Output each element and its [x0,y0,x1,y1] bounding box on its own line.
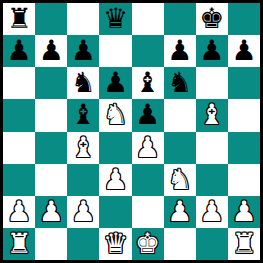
square-d5[interactable]: ♞ [99,99,131,131]
piece-white-bishop[interactable]: ♝ [199,101,224,129]
piece-white-pawn[interactable]: ♟ [7,198,32,226]
piece-white-pawn[interactable]: ♟ [167,198,192,226]
piece-black-pawn[interactable]: ♟ [103,69,128,97]
square-h5[interactable] [228,99,260,131]
square-a5[interactable] [3,99,35,131]
piece-black-queen[interactable]: ♛ [103,5,128,33]
square-e8[interactable] [132,3,164,35]
piece-white-pawn[interactable]: ♟ [231,198,256,226]
square-e5[interactable]: ♟ [132,99,164,131]
piece-black-pawn[interactable]: ♟ [231,37,256,65]
square-a3[interactable] [3,164,35,196]
piece-white-knight[interactable]: ♞ [167,166,192,194]
square-e1[interactable]: ♚ [132,228,164,260]
square-b4[interactable] [35,132,67,164]
square-a7[interactable]: ♟ [3,35,35,67]
square-g5[interactable]: ♝ [196,99,228,131]
square-c1[interactable] [67,228,99,260]
square-g8[interactable]: ♚ [196,3,228,35]
square-b7[interactable]: ♟ [35,35,67,67]
piece-black-pawn[interactable]: ♟ [199,37,224,65]
square-g2[interactable]: ♟ [196,196,228,228]
square-a6[interactable] [3,67,35,99]
piece-white-knight[interactable]: ♞ [103,101,128,129]
piece-black-pawn[interactable]: ♟ [167,37,192,65]
square-c7[interactable]: ♟ [67,35,99,67]
square-h3[interactable] [228,164,260,196]
square-c3[interactable] [67,164,99,196]
piece-white-pawn[interactable]: ♟ [135,134,160,162]
piece-white-pawn[interactable]: ♟ [71,198,96,226]
square-h7[interactable]: ♟ [228,35,260,67]
square-e4[interactable]: ♟ [132,132,164,164]
square-d2[interactable] [99,196,131,228]
square-b6[interactable] [35,67,67,99]
square-b5[interactable] [35,99,67,131]
square-f6[interactable]: ♞ [164,67,196,99]
square-h2[interactable]: ♟ [228,196,260,228]
piece-black-knight[interactable]: ♞ [71,69,96,97]
piece-white-pawn[interactable]: ♟ [199,198,224,226]
square-a8[interactable]: ♜ [3,3,35,35]
square-c4[interactable]: ♝ [67,132,99,164]
square-g3[interactable] [196,164,228,196]
square-c2[interactable]: ♟ [67,196,99,228]
piece-white-pawn[interactable]: ♟ [103,166,128,194]
square-f4[interactable] [164,132,196,164]
piece-black-pawn[interactable]: ♟ [135,101,160,129]
square-d7[interactable] [99,35,131,67]
square-g1[interactable] [196,228,228,260]
square-c5[interactable]: ♝ [67,99,99,131]
square-d1[interactable]: ♛ [99,228,131,260]
square-h6[interactable] [228,67,260,99]
square-b3[interactable] [35,164,67,196]
square-e2[interactable] [132,196,164,228]
piece-black-rook[interactable]: ♜ [7,5,32,33]
square-h8[interactable] [228,3,260,35]
piece-white-king[interactable]: ♚ [135,230,160,258]
square-f3[interactable]: ♞ [164,164,196,196]
square-h1[interactable]: ♜ [228,228,260,260]
square-e7[interactable] [132,35,164,67]
square-f7[interactable]: ♟ [164,35,196,67]
piece-white-queen[interactable]: ♛ [103,230,128,258]
square-b8[interactable] [35,3,67,35]
square-g7[interactable]: ♟ [196,35,228,67]
square-f2[interactable]: ♟ [164,196,196,228]
square-a4[interactable] [3,132,35,164]
chess-board: ♜♛♚♟♟♟♟♟♟♞♟♝♞♝♞♟♝♝♟♟♞♟♟♟♟♟♟♜♛♚♜ [0,0,263,263]
square-f8[interactable] [164,3,196,35]
square-b1[interactable] [35,228,67,260]
square-e6[interactable]: ♝ [132,67,164,99]
square-c6[interactable]: ♞ [67,67,99,99]
piece-black-pawn[interactable]: ♟ [39,37,64,65]
square-f5[interactable] [164,99,196,131]
square-d3[interactable]: ♟ [99,164,131,196]
piece-black-pawn[interactable]: ♟ [71,37,96,65]
square-h4[interactable] [228,132,260,164]
piece-white-bishop[interactable]: ♝ [71,134,96,162]
square-d8[interactable]: ♛ [99,3,131,35]
square-g4[interactable] [196,132,228,164]
square-a2[interactable]: ♟ [3,196,35,228]
square-d4[interactable] [99,132,131,164]
piece-white-rook[interactable]: ♜ [7,230,32,258]
piece-white-rook[interactable]: ♜ [231,230,256,258]
piece-black-king[interactable]: ♚ [199,5,224,33]
piece-black-bishop[interactable]: ♝ [71,101,96,129]
square-g6[interactable] [196,67,228,99]
piece-black-knight[interactable]: ♞ [167,69,192,97]
piece-black-bishop[interactable]: ♝ [135,69,160,97]
square-a1[interactable]: ♜ [3,228,35,260]
piece-black-pawn[interactable]: ♟ [7,37,32,65]
square-b2[interactable]: ♟ [35,196,67,228]
square-d6[interactable]: ♟ [99,67,131,99]
piece-white-pawn[interactable]: ♟ [39,198,64,226]
square-c8[interactable] [67,3,99,35]
square-e3[interactable] [132,164,164,196]
square-f1[interactable] [164,228,196,260]
